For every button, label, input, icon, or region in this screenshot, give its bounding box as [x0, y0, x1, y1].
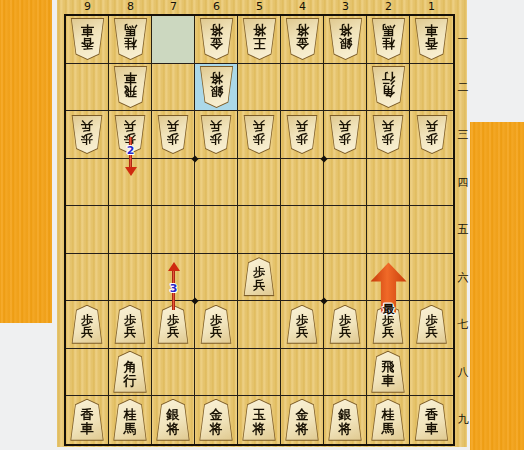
piece-gote-pawn[interactable]: 歩兵 — [415, 115, 449, 154]
piece-kanji: 香車 — [425, 24, 438, 55]
piece-gote-pawn[interactable]: 歩兵 — [328, 115, 362, 154]
square-8-4[interactable] — [109, 159, 152, 207]
square-8-1[interactable]: 桂馬 — [109, 16, 152, 64]
rank-labels: 一二三四五六七八九 — [457, 16, 469, 444]
piece-kanji: 歩兵 — [426, 310, 438, 339]
square-2-8[interactable]: 飛車 — [367, 349, 410, 397]
piece-gote-lance[interactable]: 香車 — [413, 18, 450, 60]
piece-kanji: 桂馬 — [382, 24, 395, 55]
square-3-9[interactable]: 銀将 — [324, 396, 367, 444]
piece-kanji: 歩兵 — [124, 310, 136, 339]
square-6-1[interactable]: 金将 — [195, 16, 238, 64]
square-9-7[interactable]: 歩兵 — [66, 301, 109, 349]
square-1-4[interactable] — [410, 159, 453, 207]
piece-kanji: 香車 — [425, 404, 438, 435]
piece-gote-bishop[interactable]: 角行 — [370, 66, 407, 108]
piece-sente-pawn[interactable]: 歩兵 — [415, 305, 449, 344]
piece-gote-pawn[interactable]: 歩兵 — [242, 115, 276, 154]
file-label-9: 9 — [66, 0, 109, 13]
square-1-2[interactable] — [410, 64, 453, 112]
square-3-5[interactable] — [324, 206, 367, 254]
square-1-5[interactable] — [410, 206, 453, 254]
file-label-1: 1 — [410, 0, 453, 13]
piece-gote-gold[interactable]: 金将 — [198, 18, 235, 60]
square-1-6[interactable] — [410, 254, 453, 302]
piece-sente-pawn[interactable]: 歩兵 — [113, 305, 147, 344]
piece-kanji: 歩兵 — [81, 310, 93, 339]
square-5-5[interactable] — [238, 206, 281, 254]
square-3-1[interactable]: 銀将 — [324, 16, 367, 64]
piece-sente-pawn[interactable]: 歩兵 — [371, 305, 405, 344]
square-8-6[interactable] — [109, 254, 152, 302]
piece-gote-pawn[interactable]: 歩兵 — [285, 115, 319, 154]
square-6-7[interactable]: 歩兵 — [195, 301, 238, 349]
piece-sente-pawn[interactable]: 歩兵 — [199, 305, 233, 344]
piece-sente-pawn[interactable]: 歩兵 — [328, 305, 362, 344]
piece-kanji: 香車 — [81, 404, 94, 435]
piece-gote-knight[interactable]: 桂馬 — [112, 18, 149, 60]
square-8-2[interactable]: 飛車 — [109, 64, 152, 112]
square-9-1[interactable]: 香車 — [66, 16, 109, 64]
file-label-7: 7 — [152, 0, 195, 13]
rank-label-5: 五 — [457, 206, 469, 254]
piece-kanji: 歩兵 — [296, 120, 308, 149]
square-1-1[interactable]: 香車 — [410, 16, 453, 64]
piece-sente-pawn[interactable]: 歩兵 — [70, 305, 104, 344]
move-from-square[interactable] — [152, 16, 195, 64]
square-9-2[interactable] — [66, 64, 109, 112]
square-4-8[interactable] — [281, 349, 324, 397]
piece-gote-pawn[interactable]: 歩兵 — [199, 115, 233, 154]
square-2-2[interactable]: 角行 — [367, 64, 410, 112]
piece-kanji: 銀将 — [167, 404, 180, 435]
piece-gote-silver[interactable]: 銀将 — [198, 66, 235, 108]
file-label-5: 5 — [238, 0, 281, 13]
square-2-1[interactable]: 桂馬 — [367, 16, 410, 64]
piece-kanji: 金将 — [296, 404, 309, 435]
piece-kanji: 飛車 — [382, 356, 395, 387]
piece-sente-lance[interactable]: 香車 — [413, 399, 450, 441]
square-8-3[interactable]: 歩兵 — [109, 111, 152, 159]
file-label-4: 4 — [281, 0, 324, 13]
square-8-7[interactable]: 歩兵 — [109, 301, 152, 349]
square-4-9[interactable]: 金将 — [281, 396, 324, 444]
square-2-6[interactable] — [367, 254, 410, 302]
piece-gote-gold[interactable]: 金将 — [284, 18, 321, 60]
piece-kanji: 歩兵 — [253, 120, 265, 149]
square-6-8[interactable] — [195, 349, 238, 397]
square-3-7[interactable]: 歩兵 — [324, 301, 367, 349]
square-7-5[interactable] — [152, 206, 195, 254]
piece-kanji: 角行 — [124, 356, 137, 387]
square-7-2[interactable] — [152, 64, 195, 112]
piece-sente-knight[interactable]: 桂馬 — [112, 399, 149, 441]
square-5-1[interactable]: 王将 — [238, 16, 281, 64]
piece-kanji: 歩兵 — [339, 120, 351, 149]
square-6-9[interactable]: 金将 — [195, 396, 238, 444]
square-9-5[interactable] — [66, 206, 109, 254]
piece-kanji: 歩兵 — [167, 310, 179, 339]
rank-label-4: 四 — [457, 159, 469, 207]
square-8-8[interactable]: 角行 — [109, 349, 152, 397]
file-label-2: 2 — [367, 0, 410, 13]
square-5-9[interactable]: 玉将 — [238, 396, 281, 444]
square-6-5[interactable] — [195, 206, 238, 254]
square-2-4[interactable] — [367, 159, 410, 207]
piece-kanji: 金将 — [296, 24, 309, 55]
piece-kanji: 歩兵 — [210, 310, 222, 339]
rank-label-2: 二 — [457, 64, 469, 112]
piece-kanji: 桂馬 — [124, 24, 137, 55]
square-2-7[interactable]: 歩兵 — [367, 301, 410, 349]
square-7-8[interactable] — [152, 349, 195, 397]
rank-label-1: 一 — [457, 16, 469, 64]
piece-kanji: 銀将 — [339, 24, 352, 55]
piece-gote-knight[interactable]: 桂馬 — [370, 18, 407, 60]
left-wood-panel — [0, 0, 52, 323]
piece-sente-gold[interactable]: 金将 — [284, 399, 321, 441]
piece-sente-bishop[interactable]: 角行 — [112, 351, 149, 393]
rank-label-8: 八 — [457, 349, 469, 397]
piece-kanji: 歩兵 — [210, 120, 222, 149]
piece-kanji: 桂馬 — [124, 404, 137, 435]
piece-gote-pawn[interactable]: 歩兵 — [70, 115, 104, 154]
piece-sente-rook[interactable]: 飛車 — [370, 351, 407, 393]
piece-sente-lance[interactable]: 香車 — [69, 399, 106, 441]
square-2-5[interactable] — [367, 206, 410, 254]
square-4-5[interactable] — [281, 206, 324, 254]
piece-gote-rook[interactable]: 飛車 — [112, 66, 149, 108]
piece-gote-pawn[interactable]: 歩兵 — [371, 115, 405, 154]
piece-kanji: 桂馬 — [382, 404, 395, 435]
right-wood-panel — [470, 122, 524, 450]
piece-sente-silver[interactable]: 銀将 — [155, 399, 192, 441]
piece-sente-king[interactable]: 玉将 — [241, 399, 278, 441]
square-7-7[interactable]: 歩兵 — [152, 301, 195, 349]
piece-kanji: 玉将 — [253, 404, 266, 435]
piece-gote-pawn[interactable]: 歩兵 — [156, 115, 190, 154]
piece-kanji: 飛車 — [124, 71, 137, 102]
square-1-7[interactable]: 歩兵 — [410, 301, 453, 349]
square-4-7[interactable]: 歩兵 — [281, 301, 324, 349]
piece-kanji: 角行 — [382, 71, 395, 102]
file-label-8: 8 — [109, 0, 152, 13]
piece-kanji: 銀将 — [339, 404, 352, 435]
square-3-2[interactable] — [324, 64, 367, 112]
square-3-6[interactable] — [324, 254, 367, 302]
square-2-3[interactable]: 歩兵 — [367, 111, 410, 159]
piece-kanji: 歩兵 — [382, 120, 394, 149]
piece-kanji: 歩兵 — [296, 310, 308, 339]
square-1-8[interactable] — [410, 349, 453, 397]
square-7-9[interactable]: 銀将 — [152, 396, 195, 444]
piece-sente-knight[interactable]: 桂馬 — [370, 399, 407, 441]
piece-gote-pawn[interactable]: 歩兵 — [113, 115, 147, 154]
file-labels: 987654321 — [66, 0, 453, 13]
piece-sente-pawn[interactable]: 歩兵 — [285, 305, 319, 344]
square-4-1[interactable]: 金将 — [281, 16, 324, 64]
square-5-7[interactable] — [238, 301, 281, 349]
square-5-2[interactable] — [238, 64, 281, 112]
file-label-6: 6 — [195, 0, 238, 13]
square-3-3[interactable]: 歩兵 — [324, 111, 367, 159]
piece-sente-silver[interactable]: 銀将 — [327, 399, 364, 441]
piece-gote-lance[interactable]: 香車 — [69, 18, 106, 60]
piece-kanji: 銀将 — [210, 71, 223, 102]
square-9-9[interactable]: 香車 — [66, 396, 109, 444]
square-7-4[interactable] — [152, 159, 195, 207]
square-7-6[interactable] — [152, 254, 195, 302]
piece-kanji: 歩兵 — [253, 262, 265, 291]
square-9-8[interactable] — [66, 349, 109, 397]
piece-kanji: 金将 — [210, 404, 223, 435]
square-9-3[interactable]: 歩兵 — [66, 111, 109, 159]
piece-kanji: 歩兵 — [339, 310, 351, 339]
square-9-4[interactable] — [66, 159, 109, 207]
piece-kanji: 王将 — [253, 24, 266, 55]
square-5-6[interactable]: 歩兵 — [238, 254, 281, 302]
rank-label-6: 六 — [457, 254, 469, 302]
piece-kanji: 金将 — [210, 24, 223, 55]
square-8-9[interactable]: 桂馬 — [109, 396, 152, 444]
piece-sente-pawn[interactable]: 歩兵 — [156, 305, 190, 344]
square-4-2[interactable] — [281, 64, 324, 112]
square-5-3[interactable]: 歩兵 — [238, 111, 281, 159]
piece-kanji: 香車 — [81, 24, 94, 55]
square-3-8[interactable] — [324, 349, 367, 397]
move-to-square[interactable]: 銀将 — [195, 64, 238, 112]
board-grid: 香車桂馬金将王将金将銀将桂馬香車飛車銀将角行歩兵歩兵歩兵歩兵歩兵歩兵歩兵歩兵歩兵… — [64, 14, 455, 446]
square-7-3[interactable]: 歩兵 — [152, 111, 195, 159]
piece-kanji: 歩兵 — [167, 120, 179, 149]
square-1-3[interactable]: 歩兵 — [410, 111, 453, 159]
square-6-4[interactable] — [195, 159, 238, 207]
piece-sente-gold[interactable]: 金将 — [198, 399, 235, 441]
square-5-4[interactable] — [238, 159, 281, 207]
rank-label-3: 三 — [457, 111, 469, 159]
shogi-app: 987654321 香車桂馬金将王将金将銀将桂馬香車飛車銀将角行歩兵歩兵歩兵歩兵… — [0, 0, 524, 450]
piece-sente-pawn[interactable]: 歩兵 — [242, 257, 276, 296]
square-4-4[interactable] — [281, 159, 324, 207]
square-4-6[interactable] — [281, 254, 324, 302]
square-5-8[interactable] — [238, 349, 281, 397]
piece-gote-silver[interactable]: 銀将 — [327, 18, 364, 60]
piece-kanji: 歩兵 — [382, 310, 394, 339]
square-8-5[interactable] — [109, 206, 152, 254]
square-9-6[interactable] — [66, 254, 109, 302]
piece-gote-king[interactable]: 王将 — [241, 18, 278, 60]
piece-kanji: 歩兵 — [81, 120, 93, 149]
rank-label-7: 七 — [457, 301, 469, 349]
square-6-6[interactable] — [195, 254, 238, 302]
piece-kanji: 歩兵 — [124, 120, 136, 149]
piece-kanji: 歩兵 — [426, 120, 438, 149]
square-1-9[interactable]: 香車 — [410, 396, 453, 444]
square-6-3[interactable]: 歩兵 — [195, 111, 238, 159]
square-2-9[interactable]: 桂馬 — [367, 396, 410, 444]
square-4-3[interactable]: 歩兵 — [281, 111, 324, 159]
rank-label-9: 九 — [457, 396, 469, 444]
file-label-3: 3 — [324, 0, 367, 13]
square-3-4[interactable] — [324, 159, 367, 207]
